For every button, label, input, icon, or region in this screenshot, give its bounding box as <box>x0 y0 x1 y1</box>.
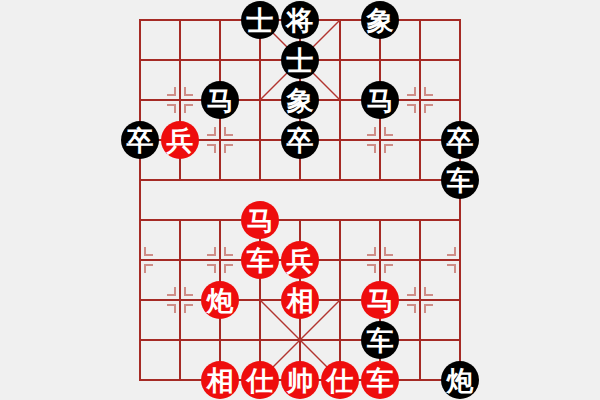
board-point[interactable] <box>200 240 240 280</box>
piece-red-horse[interactable]: 马 <box>241 201 279 239</box>
board-point[interactable]: 仕 <box>240 360 280 400</box>
board-point[interactable] <box>400 280 440 320</box>
board-point[interactable] <box>400 160 440 200</box>
board-point[interactable]: 马 <box>240 200 280 240</box>
board-point[interactable] <box>240 40 280 80</box>
piece-black-cannon[interactable]: 炮 <box>441 361 479 399</box>
piece-black-soldier[interactable]: 卒 <box>281 121 319 159</box>
piece-red-chariot[interactable]: 车 <box>241 241 279 279</box>
board-point[interactable] <box>240 120 280 160</box>
piece-red-general[interactable]: 帅 <box>281 361 319 399</box>
board-point[interactable] <box>400 240 440 280</box>
piece-red-elephant[interactable]: 相 <box>281 281 319 319</box>
board-point[interactable] <box>280 320 320 360</box>
board-point[interactable]: 相 <box>200 360 240 400</box>
board-point[interactable] <box>240 80 280 120</box>
board-point[interactable] <box>160 360 200 400</box>
board-point[interactable] <box>400 360 440 400</box>
board-point[interactable]: 马 <box>200 80 240 120</box>
board-point[interactable] <box>120 200 160 240</box>
piece-black-horse[interactable]: 马 <box>201 81 239 119</box>
board-point[interactable] <box>360 40 400 80</box>
board-point[interactable]: 兵 <box>160 120 200 160</box>
board-point[interactable]: 象 <box>360 0 400 40</box>
board-point[interactable] <box>360 240 400 280</box>
board-point[interactable] <box>280 200 320 240</box>
piece-red-soldier[interactable]: 兵 <box>281 241 319 279</box>
board-point[interactable] <box>440 200 480 240</box>
board-point[interactable] <box>320 280 360 320</box>
board-point[interactable] <box>120 280 160 320</box>
board-point[interactable]: 卒 <box>120 120 160 160</box>
board-point[interactable] <box>400 120 440 160</box>
piece-black-advisor[interactable]: 士 <box>241 1 279 39</box>
board-point[interactable] <box>320 320 360 360</box>
board-point[interactable] <box>320 120 360 160</box>
board-point[interactable] <box>240 160 280 200</box>
board-point[interactable] <box>440 280 480 320</box>
piece-black-horse[interactable]: 马 <box>361 81 399 119</box>
piece-black-elephant[interactable]: 象 <box>281 81 319 119</box>
board-point[interactable]: 将 <box>280 0 320 40</box>
piece-black-soldier[interactable]: 卒 <box>441 121 479 159</box>
board-point[interactable]: 车 <box>240 240 280 280</box>
board-point[interactable]: 马 <box>360 80 400 120</box>
piece-red-advisor[interactable]: 仕 <box>241 361 279 399</box>
board-point[interactable] <box>400 40 440 80</box>
board-point[interactable] <box>200 160 240 200</box>
board-point[interactable] <box>320 240 360 280</box>
board-point[interactable]: 帅 <box>280 360 320 400</box>
board-point[interactable] <box>320 0 360 40</box>
piece-black-chariot[interactable]: 车 <box>361 321 399 359</box>
board-point[interactable]: 相 <box>280 280 320 320</box>
board-point[interactable] <box>320 160 360 200</box>
board-point[interactable]: 仕 <box>320 360 360 400</box>
board-point[interactable] <box>160 320 200 360</box>
board-point[interactable]: 象 <box>280 80 320 120</box>
board-point[interactable] <box>120 40 160 80</box>
board-point[interactable]: 炮 <box>440 360 480 400</box>
board-point[interactable]: 车 <box>360 320 400 360</box>
piece-red-horse[interactable]: 马 <box>361 281 399 319</box>
board-point[interactable] <box>160 240 200 280</box>
board-point[interactable] <box>160 160 200 200</box>
board-point[interactable] <box>440 40 480 80</box>
board-point[interactable] <box>200 200 240 240</box>
board-point[interactable] <box>200 120 240 160</box>
board-point[interactable]: 兵 <box>280 240 320 280</box>
piece-red-cannon[interactable]: 炮 <box>201 281 239 319</box>
board-point[interactable] <box>120 0 160 40</box>
piece-red-advisor[interactable]: 仕 <box>321 361 359 399</box>
board-point[interactable] <box>200 40 240 80</box>
board-point[interactable]: 炮 <box>200 280 240 320</box>
board-point[interactable] <box>440 240 480 280</box>
board-point[interactable]: 士 <box>280 40 320 80</box>
board-point[interactable] <box>360 160 400 200</box>
board-point[interactable] <box>240 280 280 320</box>
board-point[interactable]: 士 <box>240 0 280 40</box>
board-point[interactable] <box>120 240 160 280</box>
board-point[interactable] <box>320 80 360 120</box>
board-point[interactable] <box>160 80 200 120</box>
board-point[interactable]: 马 <box>360 280 400 320</box>
piece-red-elephant[interactable]: 相 <box>201 361 239 399</box>
board-point[interactable]: 卒 <box>280 120 320 160</box>
board-point[interactable] <box>400 320 440 360</box>
board-point[interactable] <box>280 160 320 200</box>
board-point[interactable] <box>120 80 160 120</box>
board-point[interactable] <box>440 0 480 40</box>
board-point[interactable] <box>360 200 400 240</box>
board-point[interactable] <box>400 200 440 240</box>
board-point[interactable] <box>120 160 160 200</box>
board-point[interactable] <box>200 320 240 360</box>
xiangqi-board: 士将象士马象马卒兵卒卒车马车兵炮相马车相仕帅仕车炮 <box>0 0 600 400</box>
board-point[interactable] <box>120 360 160 400</box>
piece-grid: 士将象士马象马卒兵卒卒车马车兵炮相马车相仕帅仕车炮 <box>120 0 480 400</box>
board-point[interactable] <box>320 200 360 240</box>
board-point[interactable] <box>360 120 400 160</box>
board-point[interactable]: 卒 <box>440 120 480 160</box>
board-point[interactable] <box>120 320 160 360</box>
board-point[interactable] <box>400 0 440 40</box>
board-point[interactable] <box>200 0 240 40</box>
board-point[interactable] <box>160 40 200 80</box>
piece-red-soldier[interactable]: 兵 <box>161 121 199 159</box>
board-point[interactable]: 车 <box>360 360 400 400</box>
piece-red-chariot[interactable]: 车 <box>361 361 399 399</box>
board-point[interactable] <box>240 320 280 360</box>
board-point[interactable] <box>160 0 200 40</box>
piece-black-soldier[interactable]: 卒 <box>121 121 159 159</box>
piece-black-elephant[interactable]: 象 <box>361 1 399 39</box>
piece-black-chariot[interactable]: 车 <box>441 161 479 199</box>
board-point[interactable] <box>400 80 440 120</box>
board-point[interactable] <box>440 80 480 120</box>
piece-black-advisor[interactable]: 士 <box>281 41 319 79</box>
piece-black-general[interactable]: 将 <box>281 1 319 39</box>
board-point[interactable] <box>320 40 360 80</box>
board-point[interactable] <box>160 280 200 320</box>
board-point[interactable] <box>160 200 200 240</box>
board-point[interactable] <box>440 320 480 360</box>
board-point[interactable]: 车 <box>440 160 480 200</box>
